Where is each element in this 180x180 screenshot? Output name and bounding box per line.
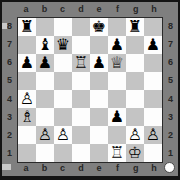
square-g5[interactable]: [126, 72, 144, 90]
white-pawn: ♙: [56, 127, 70, 143]
black-queen: ♛: [56, 37, 70, 53]
square-a3[interactable]: ♗: [18, 108, 36, 126]
rank-label-7: 7: [3, 35, 16, 53]
black-pawn: ♟: [92, 55, 106, 71]
frame-notch: [2, 23, 7, 29]
square-d2[interactable]: [72, 126, 90, 144]
white-to-move-indicator: [164, 162, 175, 173]
file-label-a: a: [17, 162, 35, 175]
square-e6[interactable]: ♟: [90, 54, 108, 72]
file-label-h: h: [145, 3, 163, 16]
square-h8[interactable]: [144, 18, 162, 36]
white-rook: ♖: [74, 55, 88, 71]
square-b4[interactable]: [36, 90, 54, 108]
square-h3[interactable]: [144, 108, 162, 126]
rank-label-3: 3: [3, 108, 16, 126]
frame-notch: [2, 164, 11, 170]
file-label-h: h: [145, 162, 163, 175]
square-f8[interactable]: [108, 18, 126, 36]
square-e8[interactable]: ♚: [90, 18, 108, 36]
file-label-d: d: [72, 3, 90, 16]
black-king: ♚: [92, 19, 106, 35]
white-king: ♔: [128, 145, 142, 161]
square-f3[interactable]: ♟: [108, 108, 126, 126]
square-b7[interactable]: ♝: [36, 36, 54, 54]
square-c2[interactable]: ♙: [54, 126, 72, 144]
file-label-b: b: [35, 3, 53, 16]
black-rook: ♜: [20, 19, 34, 35]
rank-label-1: 1: [164, 145, 177, 163]
square-c7[interactable]: ♛: [54, 36, 72, 54]
square-f6[interactable]: ♕: [108, 54, 126, 72]
square-h7[interactable]: ♟: [144, 36, 162, 54]
rank-labels-left: 87654321: [3, 17, 16, 163]
square-c1[interactable]: [54, 144, 72, 162]
rank-label-1: 1: [3, 145, 16, 163]
file-labels-bottom: abcdefgh: [17, 162, 163, 175]
square-h5[interactable]: [144, 72, 162, 90]
white-queen: ♕: [110, 55, 124, 71]
square-b6[interactable]: ♟: [36, 54, 54, 72]
square-f1[interactable]: ♖: [108, 144, 126, 162]
black-rook: ♜: [128, 19, 142, 35]
square-f7[interactable]: ♟: [108, 36, 126, 54]
white-rook: ♖: [110, 145, 124, 161]
rank-label-2: 2: [3, 127, 16, 145]
square-g8[interactable]: ♜: [126, 18, 144, 36]
white-pawn: ♙: [20, 91, 34, 107]
black-pawn: ♟: [110, 37, 124, 53]
square-d7[interactable]: [72, 36, 90, 54]
rank-label-5: 5: [164, 72, 177, 90]
white-pawn: ♙: [128, 127, 142, 143]
file-label-c: c: [54, 162, 72, 175]
square-g6[interactable]: [126, 54, 144, 72]
square-g3[interactable]: [126, 108, 144, 126]
black-bishop: ♝: [38, 37, 52, 53]
file-label-f: f: [108, 162, 126, 175]
square-d4[interactable]: [72, 90, 90, 108]
file-label-e: e: [90, 162, 108, 175]
file-label-g: g: [127, 3, 145, 16]
black-pawn: ♟: [38, 55, 52, 71]
rank-label-8: 8: [164, 17, 177, 35]
square-f5[interactable]: [108, 72, 126, 90]
rank-labels-right: 87654321: [164, 17, 177, 163]
square-c5[interactable]: [54, 72, 72, 90]
file-label-c: c: [54, 3, 72, 16]
square-d3[interactable]: [72, 108, 90, 126]
square-e2[interactable]: [90, 126, 108, 144]
rank-label-6: 6: [3, 54, 16, 72]
file-label-a: a: [17, 3, 35, 16]
square-c8[interactable]: [54, 18, 72, 36]
square-g7[interactable]: [126, 36, 144, 54]
square-d8[interactable]: [72, 18, 90, 36]
square-h6[interactable]: [144, 54, 162, 72]
chess-board[interactable]: ♜♚♜♝♛♟♟♟♟♖♟♕♙♗♟♙♙♙♙♖♔: [17, 17, 163, 163]
square-b3[interactable]: [36, 108, 54, 126]
white-pawn: ♙: [38, 127, 52, 143]
square-b2[interactable]: ♙: [36, 126, 54, 144]
square-a2[interactable]: [18, 126, 36, 144]
rank-label-4: 4: [3, 90, 16, 108]
file-label-b: b: [35, 162, 53, 175]
chess-board-frame: abcdefgh abcdefgh 87654321 87654321 ♜♚♜♝…: [0, 0, 180, 180]
rank-label-2: 2: [164, 127, 177, 145]
square-h2[interactable]: ♙: [144, 126, 162, 144]
square-g4[interactable]: [126, 90, 144, 108]
rank-label-7: 7: [164, 35, 177, 53]
file-label-g: g: [127, 162, 145, 175]
white-pawn: ♙: [146, 127, 160, 143]
square-f2[interactable]: [108, 126, 126, 144]
square-a6[interactable]: ♟: [18, 54, 36, 72]
black-pawn: ♟: [20, 55, 34, 71]
square-h1[interactable]: [144, 144, 162, 162]
file-label-d: d: [72, 162, 90, 175]
square-b5[interactable]: [36, 72, 54, 90]
square-f4[interactable]: [108, 90, 126, 108]
square-c6[interactable]: [54, 54, 72, 72]
square-e5[interactable]: [90, 72, 108, 90]
square-e7[interactable]: [90, 36, 108, 54]
square-a4[interactable]: ♙: [18, 90, 36, 108]
square-b1[interactable]: [36, 144, 54, 162]
square-h4[interactable]: [144, 90, 162, 108]
square-a5[interactable]: [18, 72, 36, 90]
file-labels-top: abcdefgh: [17, 3, 163, 16]
square-b8[interactable]: [36, 18, 54, 36]
file-label-f: f: [108, 3, 126, 16]
square-g1[interactable]: ♔: [126, 144, 144, 162]
rank-label-6: 6: [164, 54, 177, 72]
square-d5[interactable]: [72, 72, 90, 90]
square-d6[interactable]: ♖: [72, 54, 90, 72]
square-e1[interactable]: [90, 144, 108, 162]
square-d1[interactable]: [72, 144, 90, 162]
black-pawn: ♟: [110, 109, 124, 125]
rank-label-5: 5: [3, 72, 16, 90]
white-bishop: ♗: [20, 109, 34, 125]
square-c4[interactable]: [54, 90, 72, 108]
square-a8[interactable]: ♜: [18, 18, 36, 36]
rank-label-4: 4: [164, 90, 177, 108]
square-a1[interactable]: [18, 144, 36, 162]
square-e3[interactable]: [90, 108, 108, 126]
black-pawn: ♟: [146, 37, 160, 53]
square-a7[interactable]: [18, 36, 36, 54]
rank-label-3: 3: [164, 108, 177, 126]
file-label-e: e: [90, 3, 108, 16]
square-g2[interactable]: ♙: [126, 126, 144, 144]
square-c3[interactable]: [54, 108, 72, 126]
square-e4[interactable]: [90, 90, 108, 108]
